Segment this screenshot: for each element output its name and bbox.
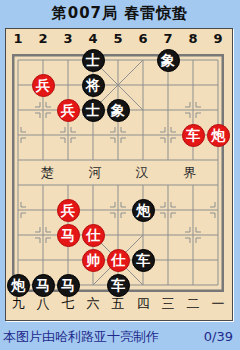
- xiangqi-piece-black[interactable]: 象: [157, 49, 180, 72]
- xiangqi-piece-red[interactable]: 兵: [57, 99, 80, 122]
- file-label: 九: [6, 296, 31, 311]
- xiangqi-piece-black[interactable]: 将: [82, 74, 105, 97]
- file-label: 五: [106, 296, 131, 311]
- file-label: 六: [81, 296, 106, 311]
- xiangqi-piece-red[interactable]: 仕: [107, 249, 130, 272]
- file-label: 七: [56, 296, 81, 311]
- move-counter: 0/39: [204, 329, 233, 344]
- file-label: 8: [181, 31, 206, 46]
- credit-text: 本图片由哈利路亚十亮制作: [3, 328, 159, 346]
- xiangqi-piece-black[interactable]: 马: [32, 274, 55, 297]
- xiangqi-piece-red[interactable]: 兵: [57, 199, 80, 222]
- file-label: 三: [156, 296, 181, 311]
- top-file-labels: 1 2 3 4 5 6 7 8 9: [6, 31, 231, 46]
- file-label: 2: [31, 31, 56, 46]
- xiangqi-piece-black[interactable]: 车: [107, 274, 130, 297]
- file-label: 二: [181, 296, 206, 311]
- xiangqi-piece-red[interactable]: 帅: [82, 249, 105, 272]
- xiangqi-piece-black[interactable]: 车: [132, 249, 155, 272]
- xiangqi-piece-black[interactable]: 马: [57, 274, 80, 297]
- xiangqi-piece-black[interactable]: 炮: [132, 199, 155, 222]
- file-label: 一: [206, 296, 231, 311]
- page-title: 第007局 春雷惊蛰: [0, 4, 240, 23]
- file-label: 3: [56, 31, 81, 46]
- status-bar: 本图片由哈利路亚十亮制作 0/39: [0, 321, 240, 350]
- file-label: 7: [156, 31, 181, 46]
- xiangqi-piece-black[interactable]: 象: [107, 99, 130, 122]
- xiangqi-piece-red[interactable]: 仕: [82, 224, 105, 247]
- file-label: 9: [206, 31, 231, 46]
- file-label: 6: [131, 31, 156, 46]
- file-label: 4: [81, 31, 106, 46]
- board: 士象兵将兵士象车炮兵炮马仕帅仕车炮马马车: [6, 48, 231, 298]
- xiangqi-piece-black[interactable]: 炮: [7, 274, 30, 297]
- xiangqi-piece-red[interactable]: 马: [57, 224, 80, 247]
- file-label: 5: [106, 31, 131, 46]
- xiangqi-piece-black[interactable]: 士: [82, 99, 105, 122]
- file-label: 八: [31, 296, 56, 311]
- board-panel: 楚 河 汉 界 1 2 3 4 5 6 7 8 9 士象兵将兵士象车炮兵炮马仕帅…: [5, 28, 233, 321]
- xiangqi-piece-red[interactable]: 炮: [207, 124, 230, 147]
- file-label: 四: [131, 296, 156, 311]
- file-label: 1: [6, 31, 31, 46]
- xiangqi-piece-red[interactable]: 兵: [32, 74, 55, 97]
- bottom-file-labels: 九 八 七 六 五 四 三 二 一: [6, 296, 231, 311]
- xiangqi-piece-red[interactable]: 车: [182, 124, 205, 147]
- xiangqi-piece-black[interactable]: 士: [82, 49, 105, 72]
